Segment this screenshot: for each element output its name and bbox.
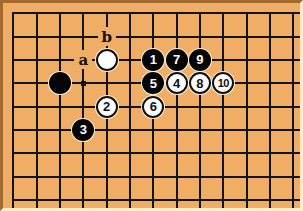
stone-black-5: 5 xyxy=(142,72,164,94)
grid-line-vertical xyxy=(129,12,131,208)
grid-line-horizontal xyxy=(12,152,300,154)
grid-line-vertical xyxy=(82,12,84,208)
grid-line-vertical xyxy=(292,12,294,208)
stone-white-2: 2 xyxy=(96,96,118,118)
stone-white-8: 8 xyxy=(189,72,211,94)
grid-line-vertical xyxy=(199,12,201,208)
grid-line-vertical xyxy=(59,12,61,208)
grid-line-vertical xyxy=(176,12,178,208)
stone-black-1: 1 xyxy=(142,49,164,71)
stone-black-9: 9 xyxy=(189,49,211,71)
grid-line-vertical xyxy=(222,12,224,208)
grid-line-vertical xyxy=(269,12,271,208)
stone-white-4: 4 xyxy=(166,72,188,94)
go-board: 12345678910ab xyxy=(0,0,303,211)
grid-line-horizontal xyxy=(12,12,300,14)
stone-white-6: 6 xyxy=(142,96,164,118)
grid-line-vertical xyxy=(246,12,248,208)
stone-white-10: 10 xyxy=(212,72,234,94)
grid-line-horizontal xyxy=(12,129,300,131)
point-label-b: b xyxy=(98,27,116,46)
grid-line-horizontal xyxy=(12,36,300,38)
grid-line-vertical xyxy=(36,12,38,208)
grid-line-horizontal xyxy=(12,176,300,178)
stone-white xyxy=(96,49,118,71)
stone-black-3: 3 xyxy=(72,119,94,141)
stone-black xyxy=(49,72,71,94)
point-label-a: a xyxy=(74,50,92,69)
grid-line-horizontal xyxy=(12,199,300,201)
grid-line-vertical xyxy=(12,12,14,208)
hoshi-point xyxy=(81,81,86,86)
stone-black-7: 7 xyxy=(166,49,188,71)
